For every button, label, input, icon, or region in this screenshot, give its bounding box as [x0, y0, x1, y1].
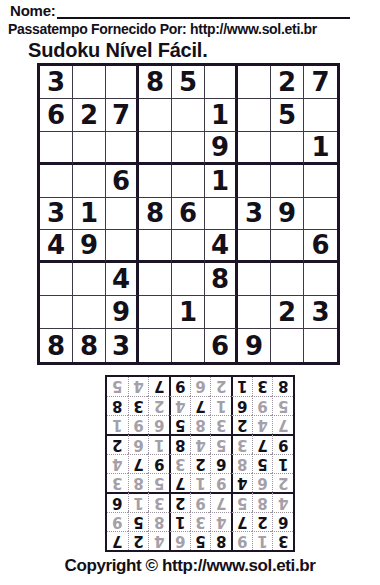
solution-cell-r5c7: 9: [148, 454, 169, 473]
cell-r7c4[interactable]: [139, 263, 172, 296]
cell-r4c4[interactable]: [139, 165, 172, 198]
solution-cell-r7c2: 4: [252, 415, 273, 434]
cell-r2c1[interactable]: 6: [40, 99, 73, 132]
solution-cell-r1c1: 3: [272, 531, 293, 550]
solution-cell-r7c8: 9: [128, 415, 149, 434]
solution-cell-r8c1: 5: [272, 396, 293, 415]
solution-cell-r9c3: 1: [231, 377, 252, 396]
sudoku-grid: 38527627159161318639494648912388369: [37, 63, 340, 365]
cell-r4c3[interactable]: 6: [106, 165, 139, 198]
cell-r4c5[interactable]: [172, 165, 205, 198]
cell-r9c2[interactable]: 8: [73, 329, 106, 362]
cell-r3c3[interactable]: [106, 132, 139, 165]
solution-cell-r6c5: 4: [190, 434, 211, 454]
cell-r8c9[interactable]: 3: [304, 296, 337, 329]
cell-r1c1[interactable]: 3: [40, 66, 73, 99]
name-blank-line[interactable]: [57, 2, 350, 19]
cell-r9c1[interactable]: 8: [40, 329, 73, 362]
solution-cell-r2c8: 5: [128, 512, 149, 531]
name-label: Nome:: [10, 2, 56, 19]
cell-r7c7[interactable]: [238, 263, 271, 296]
cell-r4c7[interactable]: [238, 165, 271, 198]
cell-r8c7[interactable]: [238, 296, 271, 329]
solution-cell-r4c7: 5: [148, 473, 169, 492]
solution-cell-r1c4: 8: [210, 531, 231, 550]
cell-r2c4[interactable]: [139, 99, 172, 132]
cell-r1c3[interactable]: [106, 66, 139, 99]
cell-r3c5[interactable]: [172, 132, 205, 165]
cell-r5c5[interactable]: 6: [172, 198, 205, 231]
cell-r6c5[interactable]: [172, 230, 205, 263]
solution-cell-r8c7: 2: [148, 396, 169, 415]
cell-r5c4[interactable]: 8: [139, 198, 172, 231]
cell-r8c5[interactable]: 1: [172, 296, 205, 329]
solution-cell-r5c8: 7: [128, 454, 149, 473]
cell-r1c5[interactable]: 5: [172, 66, 205, 99]
cell-r7c1[interactable]: [40, 263, 73, 296]
cell-r9c7[interactable]: 9: [238, 329, 271, 362]
cell-r4c8[interactable]: [271, 165, 304, 198]
solution-cell-r2c1: 6: [272, 512, 293, 531]
solution-cell-r7c5: 8: [190, 415, 211, 434]
solution-cell-r9c8: 4: [128, 377, 149, 396]
cell-r9c3[interactable]: 3: [106, 329, 139, 362]
solution-cell-r6c9: 2: [107, 434, 128, 454]
solution-cell-r4c1: 2: [272, 473, 293, 492]
cell-r9c6[interactable]: 6: [205, 329, 238, 362]
cell-r1c2[interactable]: [73, 66, 106, 99]
cell-r9c8[interactable]: [271, 329, 304, 362]
cell-r7c6[interactable]: 8: [205, 263, 238, 296]
name-field-row: Nome:: [10, 2, 350, 19]
provider-line: Passatempo Fornecido Por: http://www.sol…: [8, 21, 317, 37]
solution-cell-r9c5: 6: [190, 377, 211, 396]
solution-cell-r6c8: 6: [128, 434, 149, 454]
cell-r6c9[interactable]: 6: [304, 230, 337, 263]
cell-r6c2[interactable]: 9: [73, 230, 106, 263]
cell-r5c6[interactable]: [205, 198, 238, 231]
cell-r2c3[interactable]: 7: [106, 99, 139, 132]
solution-cell-r5c9: 4: [107, 454, 128, 473]
solution-cell-r5c5: 2: [190, 454, 211, 473]
solution-cell-r9c9: 5: [107, 377, 128, 396]
cell-r3c2[interactable]: [73, 132, 106, 165]
cell-r5c9[interactable]: [304, 198, 337, 231]
cell-r2c7[interactable]: [238, 99, 271, 132]
cell-r3c8[interactable]: [271, 132, 304, 165]
cell-r8c3[interactable]: 9: [106, 296, 139, 329]
cell-r7c8[interactable]: [271, 263, 304, 296]
copyright-line: Copyright © http://www.sol.eti.br: [0, 556, 380, 576]
solution-cell-r8c2: 9: [252, 396, 273, 415]
solution-cell-r7c7: 6: [148, 415, 169, 434]
solution-cell-r6c2: 7: [252, 434, 273, 454]
cell-r8c2[interactable]: [73, 296, 106, 329]
cell-r3c6[interactable]: 9: [205, 132, 238, 165]
cell-r2c2[interactable]: 2: [73, 99, 106, 132]
cell-r7c9[interactable]: [304, 263, 337, 296]
cell-r7c3[interactable]: 4: [106, 263, 139, 296]
solution-cell-r9c1: 8: [272, 377, 293, 396]
solution-cell-r5c3: 8: [231, 454, 252, 473]
solution-cell-r2c5: 3: [190, 512, 211, 531]
cell-r6c7[interactable]: [238, 230, 271, 263]
solution-grid: 3198564276274318594857923162649175831586…: [105, 375, 295, 552]
cell-r5c1[interactable]: 3: [40, 198, 73, 231]
cell-r4c2[interactable]: [73, 165, 106, 198]
solution-cell-r4c5: 1: [190, 473, 211, 492]
cell-r6c4[interactable]: [139, 230, 172, 263]
cell-r8c4[interactable]: [139, 296, 172, 329]
cell-r7c5[interactable]: [172, 263, 205, 296]
cell-r6c3[interactable]: [106, 230, 139, 263]
solution-cell-r3c6: 2: [169, 492, 190, 512]
cell-r1c6[interactable]: [205, 66, 238, 99]
cell-r1c8[interactable]: 2: [271, 66, 304, 99]
solution-cell-r6c6: 8: [169, 434, 190, 454]
solution-cell-r2c3: 7: [231, 512, 252, 531]
solution-cell-r8c9: 8: [107, 396, 128, 415]
cell-r3c4[interactable]: [139, 132, 172, 165]
cell-r1c4[interactable]: 8: [139, 66, 172, 99]
solution-cell-r8c3: 6: [231, 396, 252, 415]
solution-cell-r6c7: 1: [148, 434, 169, 454]
solution-cell-r6c1: 9: [272, 434, 293, 454]
solution-cell-r3c4: 7: [210, 492, 231, 512]
cell-r8c8[interactable]: 2: [271, 296, 304, 329]
solution-cell-r1c3: 9: [231, 531, 252, 550]
cell-r6c6[interactable]: 4: [205, 230, 238, 263]
solution-cell-r1c5: 5: [190, 531, 211, 550]
solution-cell-r2c6: 1: [169, 512, 190, 531]
solution-cell-r8c6: 4: [169, 396, 190, 415]
solution-cell-r6c4: 5: [210, 434, 231, 454]
solution-cell-r4c2: 6: [252, 473, 273, 492]
solution-cell-r4c6: 7: [169, 473, 190, 492]
solution-cell-r1c7: 4: [148, 531, 169, 550]
solution-cell-r8c8: 3: [128, 396, 149, 415]
cell-r2c6[interactable]: 1: [205, 99, 238, 132]
solution-cell-r5c4: 6: [210, 454, 231, 473]
cell-r3c7[interactable]: [238, 132, 271, 165]
solution-cell-r2c2: 2: [252, 512, 273, 531]
solution-cell-r3c2: 8: [252, 492, 273, 512]
worksheet: { "game": "sudoku", "position": "3..85..…: [0, 0, 380, 585]
cell-r5c7[interactable]: 3: [238, 198, 271, 231]
puzzle-title: Sudoku Nível Fácil.: [28, 39, 208, 62]
cell-r9c9[interactable]: [304, 329, 337, 362]
solution-cell-r7c9: 1: [107, 415, 128, 434]
solution-cell-r6c3: 3: [231, 434, 252, 454]
cell-r1c7[interactable]: [238, 66, 271, 99]
solution-cell-r9c4: 2: [210, 377, 231, 396]
cell-r4c9[interactable]: [304, 165, 337, 198]
solution-cell-r2c7: 8: [148, 512, 169, 531]
solution-cell-r1c6: 6: [169, 531, 190, 550]
cell-r1c9[interactable]: 7: [304, 66, 337, 99]
cell-r8c6[interactable]: [205, 296, 238, 329]
solution-cell-r7c6: 5: [169, 415, 190, 434]
cell-r6c1[interactable]: 4: [40, 230, 73, 263]
solution-cell-r9c7: 7: [148, 377, 169, 396]
solution-cell-r4c3: 4: [231, 473, 252, 492]
solution-cell-r3c9: 6: [107, 492, 128, 512]
solution-cell-r1c8: 2: [128, 531, 149, 550]
solution-cell-r7c3: 2: [231, 415, 252, 434]
solution-cell-r3c1: 4: [272, 492, 293, 512]
cell-r7c2[interactable]: [73, 263, 106, 296]
cell-r5c2[interactable]: 1: [73, 198, 106, 231]
cell-r2c5[interactable]: [172, 99, 205, 132]
solution-cell-r9c6: 9: [169, 377, 190, 396]
solution-cell-r3c8: 1: [128, 492, 149, 512]
solution-cell-r5c1: 1: [272, 454, 293, 473]
solution-cell-r8c4: 1: [210, 396, 231, 415]
solution-cell-r5c6: 3: [169, 454, 190, 473]
solution-cell-r1c2: 1: [252, 531, 273, 550]
cell-r2c8[interactable]: 5: [271, 99, 304, 132]
cell-r9c4[interactable]: [139, 329, 172, 362]
solution-cell-r5c2: 5: [252, 454, 273, 473]
solution-cell-r7c1: 7: [272, 415, 293, 434]
solution-cell-r4c9: 3: [107, 473, 128, 492]
solution-cell-r7c4: 3: [210, 415, 231, 434]
solution-cell-r4c4: 9: [210, 473, 231, 492]
cell-r5c3[interactable]: [106, 198, 139, 231]
cell-r4c1[interactable]: [40, 165, 73, 198]
solution-cell-r8c5: 7: [190, 396, 211, 415]
solution-cell-r2c4: 4: [210, 512, 231, 531]
solution-cell-r3c7: 3: [148, 492, 169, 512]
cell-r5c8[interactable]: 9: [271, 198, 304, 231]
solution-cell-r1c9: 7: [107, 531, 128, 550]
cell-r3c9[interactable]: 1: [304, 132, 337, 165]
cell-r4c6[interactable]: 1: [205, 165, 238, 198]
solution-cell-r9c2: 3: [252, 377, 273, 396]
cell-r9c5[interactable]: [172, 329, 205, 362]
solution-cell-r3c3: 5: [231, 492, 252, 512]
cell-r3c1[interactable]: [40, 132, 73, 165]
cell-r8c1[interactable]: [40, 296, 73, 329]
cell-r6c8[interactable]: [271, 230, 304, 263]
solution-cell-r4c8: 8: [128, 473, 149, 492]
solution-cell-r3c5: 9: [190, 492, 211, 512]
cell-r2c9[interactable]: [304, 99, 337, 132]
solution-cell-r2c9: 9: [107, 512, 128, 531]
